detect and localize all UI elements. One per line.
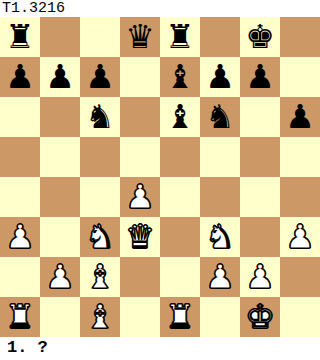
black-pawn-g7: ♟ [245,57,275,97]
square-d6[interactable] [120,97,160,137]
square-h6[interactable]: ♟ [280,97,320,137]
square-e1[interactable]: ♜ [160,297,200,337]
square-h1[interactable] [280,297,320,337]
square-b4[interactable] [40,177,80,217]
square-d8[interactable]: ♛ [120,17,160,57]
square-d5[interactable] [120,137,160,177]
square-c6[interactable]: ♞ [80,97,120,137]
square-g3[interactable] [240,217,280,257]
square-b1[interactable] [40,297,80,337]
square-e5[interactable] [160,137,200,177]
square-f1[interactable] [200,297,240,337]
square-b5[interactable] [40,137,80,177]
move-prompt: 1. ? [7,339,48,357]
white-pawn-a3: ♟ [5,217,35,257]
black-knight-f6: ♞ [205,97,235,137]
square-a2[interactable] [0,257,40,297]
black-rook-a8: ♜ [5,17,35,57]
square-e6[interactable]: ♝ [160,97,200,137]
white-pawn-g2: ♟ [245,257,275,297]
square-d3[interactable]: ♛ [120,217,160,257]
black-pawn-h6: ♟ [285,97,315,137]
white-pawn-b2: ♟ [45,257,75,297]
square-d1[interactable] [120,297,160,337]
square-d7[interactable] [120,57,160,97]
white-pawn-d4: ♟ [125,177,155,217]
black-pawn-b7: ♟ [45,57,75,97]
square-e7[interactable]: ♝ [160,57,200,97]
white-queen-d3: ♛ [125,217,155,257]
square-b7[interactable]: ♟ [40,57,80,97]
square-f6[interactable]: ♞ [200,97,240,137]
square-g8[interactable]: ♚ [240,17,280,57]
square-a3[interactable]: ♟ [0,217,40,257]
white-bishop-c1: ♝ [85,297,115,337]
square-h4[interactable] [280,177,320,217]
square-h3[interactable]: ♟ [280,217,320,257]
square-g1[interactable]: ♚ [240,297,280,337]
square-c7[interactable]: ♟ [80,57,120,97]
square-c3[interactable]: ♞ [80,217,120,257]
square-c1[interactable]: ♝ [80,297,120,337]
square-h2[interactable] [280,257,320,297]
square-c2[interactable]: ♝ [80,257,120,297]
square-e4[interactable] [160,177,200,217]
square-a1[interactable]: ♜ [0,297,40,337]
white-rook-a1: ♜ [5,297,35,337]
square-a5[interactable] [0,137,40,177]
square-a6[interactable] [0,97,40,137]
square-g6[interactable] [240,97,280,137]
black-pawn-c7: ♟ [85,57,115,97]
square-e3[interactable] [160,217,200,257]
white-rook-e1: ♜ [165,297,195,337]
square-d2[interactable] [120,257,160,297]
square-h8[interactable] [280,17,320,57]
square-g4[interactable] [240,177,280,217]
white-pawn-f2: ♟ [205,257,235,297]
square-g5[interactable] [240,137,280,177]
square-g7[interactable]: ♟ [240,57,280,97]
white-knight-f3: ♞ [205,217,235,257]
square-b6[interactable] [40,97,80,137]
square-c4[interactable] [80,177,120,217]
square-f5[interactable] [200,137,240,177]
square-a7[interactable]: ♟ [0,57,40,97]
square-f4[interactable] [200,177,240,217]
square-f7[interactable]: ♟ [200,57,240,97]
square-g2[interactable]: ♟ [240,257,280,297]
black-king-g8: ♚ [245,17,275,57]
square-e2[interactable] [160,257,200,297]
black-knight-c6: ♞ [85,97,115,137]
puzzle-id: T1.3216 [2,1,65,16]
white-bishop-c2: ♝ [85,257,115,297]
square-f3[interactable]: ♞ [200,217,240,257]
square-e8[interactable]: ♜ [160,17,200,57]
black-rook-e8: ♜ [165,17,195,57]
square-h5[interactable] [280,137,320,177]
black-pawn-f7: ♟ [205,57,235,97]
square-f2[interactable]: ♟ [200,257,240,297]
square-f8[interactable] [200,17,240,57]
square-h7[interactable] [280,57,320,97]
square-a4[interactable] [0,177,40,217]
square-a8[interactable]: ♜ [0,17,40,57]
black-bishop-e7: ♝ [165,57,195,97]
black-bishop-e6: ♝ [165,97,195,137]
square-b2[interactable]: ♟ [40,257,80,297]
chess-board: ♜♛♜♚♟♟♟♝♟♟♞♝♞♟♟♟♞♛♞♟♟♝♟♟♜♝♜♚ [0,17,320,337]
black-pawn-a7: ♟ [5,57,35,97]
white-king-g1: ♚ [245,297,275,337]
square-b3[interactable] [40,217,80,257]
square-c8[interactable] [80,17,120,57]
square-c5[interactable] [80,137,120,177]
white-knight-c3: ♞ [85,217,115,257]
white-pawn-h3: ♟ [285,217,315,257]
square-b8[interactable] [40,17,80,57]
square-d4[interactable]: ♟ [120,177,160,217]
black-queen-d8: ♛ [125,17,155,57]
